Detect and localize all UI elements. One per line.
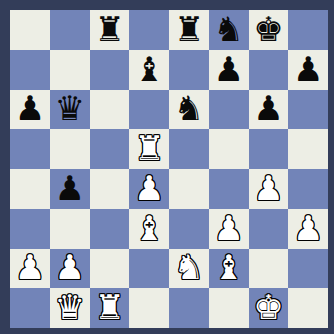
black-pawn-h7[interactable]: ♟ — [293, 52, 323, 86]
square-d7[interactable]: ♝ — [129, 50, 169, 90]
square-b1[interactable]: ♛ — [50, 288, 90, 328]
black-pawn-f7[interactable]: ♟ — [213, 52, 243, 86]
square-d6[interactable] — [129, 90, 169, 130]
square-f6[interactable] — [209, 90, 249, 130]
white-rook-c1[interactable]: ♜ — [94, 290, 124, 324]
white-pawn-a2[interactable]: ♟ — [15, 250, 45, 284]
white-knight-e2[interactable]: ♞ — [174, 250, 204, 284]
square-c5[interactable] — [90, 129, 130, 169]
square-d3[interactable]: ♝ — [129, 209, 169, 249]
black-pawn-g6[interactable]: ♟ — [253, 91, 283, 125]
black-rook-c8[interactable]: ♜ — [94, 12, 124, 46]
square-c1[interactable]: ♜ — [90, 288, 130, 328]
chess-board: ♜♜♞♚♝♟♟♟♛♞♟♜♟♟♟♝♟♟♟♟♞♝♛♜♚ — [10, 10, 328, 328]
square-d1[interactable] — [129, 288, 169, 328]
square-c7[interactable] — [90, 50, 130, 90]
square-e1[interactable] — [169, 288, 209, 328]
white-pawn-f3[interactable]: ♟ — [213, 211, 243, 245]
square-g8[interactable]: ♚ — [249, 10, 289, 50]
white-king-g1[interactable]: ♚ — [253, 290, 283, 324]
square-f7[interactable]: ♟ — [209, 50, 249, 90]
square-f2[interactable]: ♝ — [209, 249, 249, 289]
square-g3[interactable] — [249, 209, 289, 249]
square-b6[interactable]: ♛ — [50, 90, 90, 130]
chess-board-frame: ♜♜♞♚♝♟♟♟♛♞♟♜♟♟♟♝♟♟♟♟♞♝♛♜♚ — [0, 0, 334, 334]
square-f8[interactable]: ♞ — [209, 10, 249, 50]
square-g1[interactable]: ♚ — [249, 288, 289, 328]
square-b5[interactable] — [50, 129, 90, 169]
square-b8[interactable] — [50, 10, 90, 50]
square-e6[interactable]: ♞ — [169, 90, 209, 130]
square-g4[interactable]: ♟ — [249, 169, 289, 209]
square-a1[interactable] — [10, 288, 50, 328]
square-g5[interactable] — [249, 129, 289, 169]
square-e5[interactable] — [169, 129, 209, 169]
white-bishop-f2[interactable]: ♝ — [213, 250, 243, 284]
square-c6[interactable] — [90, 90, 130, 130]
black-king-g8[interactable]: ♚ — [253, 12, 283, 46]
black-knight-f8[interactable]: ♞ — [213, 12, 243, 46]
square-h5[interactable] — [288, 129, 328, 169]
square-a6[interactable]: ♟ — [10, 90, 50, 130]
black-rook-e8[interactable]: ♜ — [174, 12, 204, 46]
white-pawn-h3[interactable]: ♟ — [293, 211, 323, 245]
square-f4[interactable] — [209, 169, 249, 209]
square-a4[interactable] — [10, 169, 50, 209]
square-d4[interactable]: ♟ — [129, 169, 169, 209]
square-e8[interactable]: ♜ — [169, 10, 209, 50]
square-b7[interactable] — [50, 50, 90, 90]
black-knight-e6[interactable]: ♞ — [174, 91, 204, 125]
square-a3[interactable] — [10, 209, 50, 249]
white-bishop-d3[interactable]: ♝ — [134, 211, 164, 245]
black-pawn-b4[interactable]: ♟ — [54, 171, 84, 205]
square-h8[interactable] — [288, 10, 328, 50]
square-c2[interactable] — [90, 249, 130, 289]
square-f3[interactable]: ♟ — [209, 209, 249, 249]
square-d2[interactable] — [129, 249, 169, 289]
square-e2[interactable]: ♞ — [169, 249, 209, 289]
square-b2[interactable]: ♟ — [50, 249, 90, 289]
square-g7[interactable] — [249, 50, 289, 90]
square-h7[interactable]: ♟ — [288, 50, 328, 90]
square-c4[interactable] — [90, 169, 130, 209]
black-queen-b6[interactable]: ♛ — [54, 91, 84, 125]
square-f1[interactable] — [209, 288, 249, 328]
black-pawn-a6[interactable]: ♟ — [15, 91, 45, 125]
square-b4[interactable]: ♟ — [50, 169, 90, 209]
white-rook-d5[interactable]: ♜ — [134, 131, 164, 165]
square-d8[interactable] — [129, 10, 169, 50]
square-a5[interactable] — [10, 129, 50, 169]
square-h2[interactable] — [288, 249, 328, 289]
square-e7[interactable] — [169, 50, 209, 90]
square-b3[interactable] — [50, 209, 90, 249]
white-queen-b1[interactable]: ♛ — [54, 290, 84, 324]
square-h1[interactable] — [288, 288, 328, 328]
white-pawn-g4[interactable]: ♟ — [253, 171, 283, 205]
square-c3[interactable] — [90, 209, 130, 249]
square-e4[interactable] — [169, 169, 209, 209]
square-h4[interactable] — [288, 169, 328, 209]
square-d5[interactable]: ♜ — [129, 129, 169, 169]
square-a2[interactable]: ♟ — [10, 249, 50, 289]
square-h6[interactable] — [288, 90, 328, 130]
square-a7[interactable] — [10, 50, 50, 90]
square-e3[interactable] — [169, 209, 209, 249]
square-f5[interactable] — [209, 129, 249, 169]
white-pawn-b2[interactable]: ♟ — [54, 250, 84, 284]
white-pawn-d4[interactable]: ♟ — [134, 171, 164, 205]
black-bishop-d7[interactable]: ♝ — [134, 52, 164, 86]
square-g6[interactable]: ♟ — [249, 90, 289, 130]
square-c8[interactable]: ♜ — [90, 10, 130, 50]
square-g2[interactable] — [249, 249, 289, 289]
square-h3[interactable]: ♟ — [288, 209, 328, 249]
square-a8[interactable] — [10, 10, 50, 50]
